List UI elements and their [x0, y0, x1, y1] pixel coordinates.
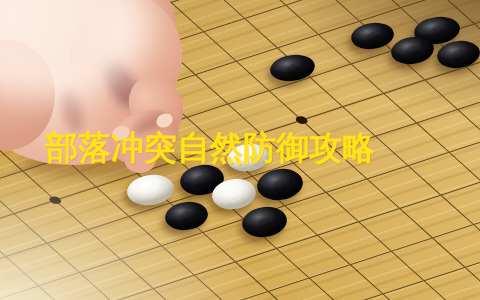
photo-scene: ○●○●○●●●●●●● 部落冲突自然防御攻略 [0, 0, 480, 300]
caption-text: 部落冲突自然防御攻略 [45, 131, 375, 166]
